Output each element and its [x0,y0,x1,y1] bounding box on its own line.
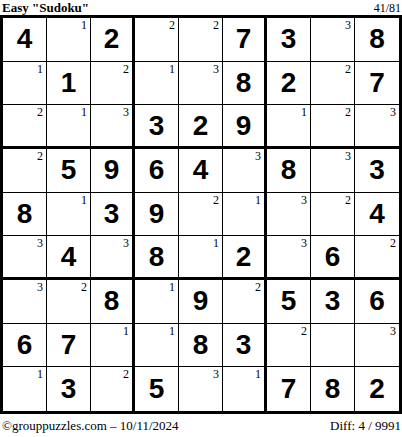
given-digit: 8 [91,280,132,323]
cell-r4c6[interactable]: 3 [223,149,267,193]
given-digit: 6 [355,280,399,323]
cell-r9c7[interactable]: 7 [267,367,311,411]
given-digit: 8 [179,324,222,367]
corner-mark: 2 [213,193,219,207]
cell-r6c5[interactable]: 1 [179,236,223,280]
corner-mark: 2 [345,105,351,119]
corner-mark: 3 [123,105,129,119]
given-digit: 9 [135,193,178,236]
corner-mark: 1 [213,236,219,250]
cell-r1c8[interactable]: 3 [311,18,355,62]
cell-r5c6[interactable]: 1 [223,193,267,237]
cell-r5c5[interactable]: 2 [179,193,223,237]
corner-mark: 2 [37,149,43,163]
cell-r4c7[interactable]: 8 [267,149,311,193]
cell-r6c4[interactable]: 8 [135,236,179,280]
cell-r7c2[interactable]: 2 [47,280,91,324]
cell-r7c7[interactable]: 5 [267,280,311,324]
cell-r7c1[interactable]: 3 [3,280,47,324]
corner-mark: 3 [37,280,43,294]
given-digit: 8 [267,149,310,192]
cell-r7c8[interactable]: 3 [311,280,355,324]
given-digit: 6 [311,236,354,277]
corner-mark: 1 [123,324,129,338]
given-digit: 8 [3,193,46,236]
cell-r4c1[interactable]: 2 [3,149,47,193]
cell-r2c2[interactable]: 1 [47,62,91,106]
cell-r5c8[interactable]: 2 [311,193,355,237]
cell-r2c9[interactable]: 7 [355,62,399,106]
given-digit: 6 [135,149,178,192]
cell-r4c4[interactable]: 6 [135,149,179,193]
cell-r5c4[interactable]: 9 [135,193,179,237]
corner-mark: 3 [37,236,43,250]
puzzle-footer: ©grouppuzzles.com – 10/11/2024 Diff: 4 /… [0,414,402,437]
given-digit: 8 [223,62,264,105]
cell-r1c5[interactable]: 2 [179,18,223,62]
cell-r3c8[interactable]: 2 [311,105,355,149]
cell-r3c2[interactable]: 1 [47,105,91,149]
cell-r2c7[interactable]: 2 [267,62,311,106]
corner-mark: 2 [390,236,396,250]
given-digit: 5 [47,149,90,192]
corner-mark: 2 [123,62,129,76]
corner-mark: 1 [169,324,175,338]
cell-r9c1[interactable]: 1 [3,367,47,411]
given-digit: 2 [267,62,310,105]
given-digit: 5 [135,367,178,411]
cell-r6c7[interactable]: 3 [267,236,311,280]
corner-mark: 3 [301,193,307,207]
corner-mark: 1 [255,367,261,381]
corner-mark: 3 [213,367,219,381]
given-digit: 4 [47,236,90,277]
given-digit: 2 [91,18,132,61]
corner-mark: 1 [37,62,43,76]
corner-mark: 3 [255,149,261,163]
cell-r4c5[interactable]: 4 [179,149,223,193]
difficulty-label: Diff: 4 / 9991 [330,419,401,433]
cell-r3c9[interactable]: 3 [355,105,399,149]
cell-r8c4[interactable]: 1 [135,324,179,368]
corner-mark: 2 [123,367,129,381]
cell-r8c1[interactable]: 6 [3,324,47,368]
given-digit: 6 [3,324,46,367]
given-digit: 3 [91,193,132,236]
given-digit: 7 [47,324,90,367]
cell-r8c3[interactable]: 1 [91,324,135,368]
cell-r8c7[interactable]: 2 [267,324,311,368]
cell-r9c5[interactable]: 3 [179,367,223,411]
cell-r1c9[interactable]: 8 [355,18,399,62]
given-digit: 2 [179,105,222,146]
corner-mark: 2 [169,18,175,32]
puzzle-title: Easy "Sudoku" [2,1,89,14]
cell-r9c3[interactable]: 2 [91,367,135,411]
corner-mark: 2 [37,105,43,119]
corner-mark: 3 [213,62,219,76]
cell-r8c5[interactable]: 8 [179,324,223,368]
cell-r3c4[interactable]: 3 [135,105,179,149]
given-digit: 8 [135,236,178,277]
cell-r5c7[interactable]: 3 [267,193,311,237]
corner-mark: 1 [255,193,261,207]
cell-r5c3[interactable]: 3 [91,193,135,237]
corner-mark: 1 [301,105,307,119]
cell-r1c1[interactable]: 4 [3,18,47,62]
cell-r7c9[interactable]: 6 [355,280,399,324]
cell-r4c8[interactable]: 3 [311,149,355,193]
corner-mark: 3 [345,18,351,32]
cell-r2c5[interactable]: 3 [179,62,223,106]
sudoku-grid: 4122273381121382272133291232596438338139… [0,15,402,414]
cell-r9c8[interactable]: 8 [311,367,355,411]
corner-mark: 1 [81,18,87,32]
corner-mark: 2 [213,18,219,32]
cell-r8c6[interactable]: 3 [223,324,267,368]
cell-r6c6[interactable]: 2 [223,236,267,280]
cell-r8c8[interactable] [311,324,355,368]
cell-r2c6[interactable]: 8 [223,62,267,106]
cell-r6c2[interactable]: 4 [47,236,91,280]
cell-r6c8[interactable]: 6 [311,236,355,280]
cell-r6c9[interactable]: 2 [355,236,399,280]
cell-r9c9[interactable]: 2 [355,367,399,411]
cell-r6c1[interactable]: 3 [3,236,47,280]
corner-mark: 2 [255,280,261,294]
corner-mark: 3 [345,149,351,163]
cell-r9c6[interactable]: 1 [223,367,267,411]
given-digit: 7 [355,62,399,105]
given-digit: 7 [223,18,264,61]
corner-mark: 1 [81,193,87,207]
cell-r7c6[interactable]: 2 [223,280,267,324]
corner-mark: 1 [37,367,43,381]
cell-r3c3[interactable]: 3 [91,105,135,149]
cell-r6c3[interactable]: 3 [91,236,135,280]
given-digit: 8 [311,367,354,411]
corner-mark: 1 [169,280,175,294]
corner-mark: 3 [123,236,129,250]
given-digit: 3 [135,105,178,146]
cell-r2c4[interactable]: 1 [135,62,179,106]
corner-mark: 3 [390,105,396,119]
cell-r2c3[interactable]: 2 [91,62,135,106]
cell-r8c2[interactable]: 7 [47,324,91,368]
cell-r3c7[interactable]: 1 [267,105,311,149]
cell-r1c6[interactable]: 7 [223,18,267,62]
cell-r2c8[interactable]: 2 [311,62,355,106]
given-digit: 8 [355,18,399,61]
given-digit: 2 [355,367,399,411]
given-digit: 7 [267,367,310,411]
cell-r8c9[interactable]: 3 [355,324,399,368]
corner-mark: 2 [81,280,87,294]
given-digit: 3 [47,367,90,411]
corner-mark: 3 [301,236,307,250]
given-digit: 3 [311,280,354,323]
cell-r2c1[interactable]: 1 [3,62,47,106]
given-digit: 4 [3,18,46,61]
given-digit: 3 [223,324,264,367]
cell-r7c3[interactable]: 8 [91,280,135,324]
corner-mark: 2 [345,62,351,76]
cell-r7c4[interactable]: 1 [135,280,179,324]
givens-counter: 41/81 [374,2,401,14]
corner-mark: 2 [301,324,307,338]
corner-mark: 1 [169,62,175,76]
corner-mark: 2 [345,193,351,207]
cell-r1c2[interactable]: 1 [47,18,91,62]
cell-r5c1[interactable]: 8 [3,193,47,237]
given-digit: 9 [223,105,264,146]
cell-r3c6[interactable]: 9 [223,105,267,149]
given-digit: 2 [223,236,264,277]
cell-r5c9[interactable]: 4 [355,193,399,237]
cell-r7c5[interactable]: 9 [179,280,223,324]
cell-r4c2[interactable]: 5 [47,149,91,193]
cell-r9c2[interactable]: 3 [47,367,91,411]
puzzle-header: Easy "Sudoku" 41/81 [0,0,402,15]
cell-r1c3[interactable]: 2 [91,18,135,62]
cell-r4c9[interactable]: 3 [355,149,399,193]
given-digit: 1 [47,62,90,105]
given-digit: 9 [179,280,222,323]
cell-r4c3[interactable]: 9 [91,149,135,193]
given-digit: 9 [91,149,132,192]
given-digit: 3 [267,18,310,61]
cell-r1c4[interactable]: 2 [135,18,179,62]
corner-mark: 3 [390,324,396,338]
corner-mark: 1 [81,105,87,119]
cell-r9c4[interactable]: 5 [135,367,179,411]
given-digit: 5 [267,280,310,323]
cell-r1c7[interactable]: 3 [267,18,311,62]
given-digit: 4 [179,149,222,192]
given-digit: 3 [355,149,399,192]
cell-r5c2[interactable]: 1 [47,193,91,237]
cell-r3c1[interactable]: 2 [3,105,47,149]
given-digit: 4 [355,193,399,236]
copyright-credit: ©grouppuzzles.com – 10/11/2024 [2,419,179,433]
cell-r3c5[interactable]: 2 [179,105,223,149]
